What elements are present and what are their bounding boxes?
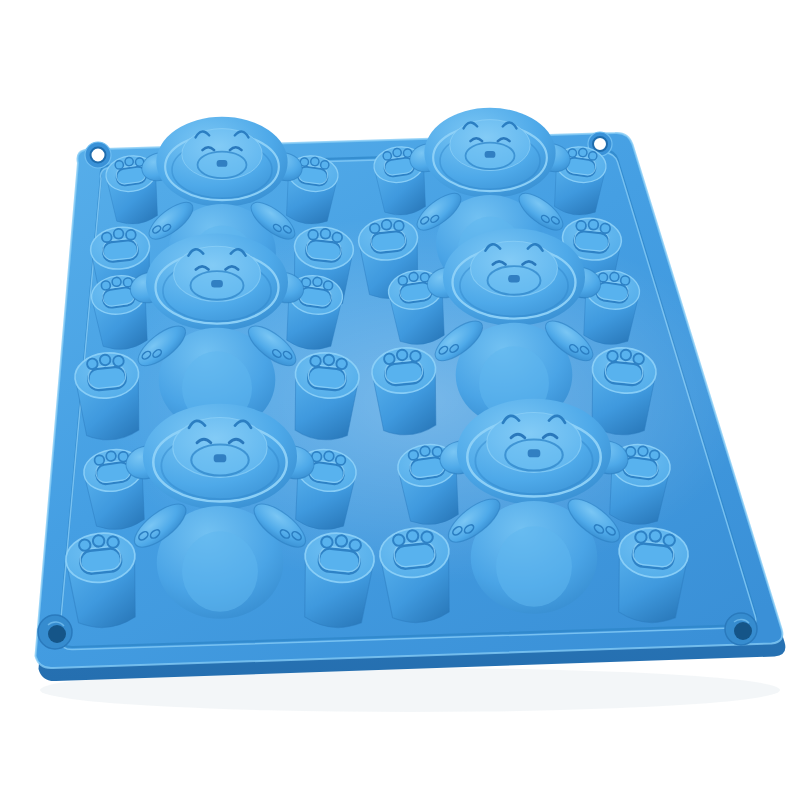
screw-hole-bottom-left bbox=[38, 615, 72, 649]
mold-illustration bbox=[0, 0, 800, 800]
screw-hole-top-left bbox=[85, 142, 111, 168]
screw-hole-bottom-right bbox=[725, 613, 757, 645]
product-photo bbox=[0, 0, 800, 800]
